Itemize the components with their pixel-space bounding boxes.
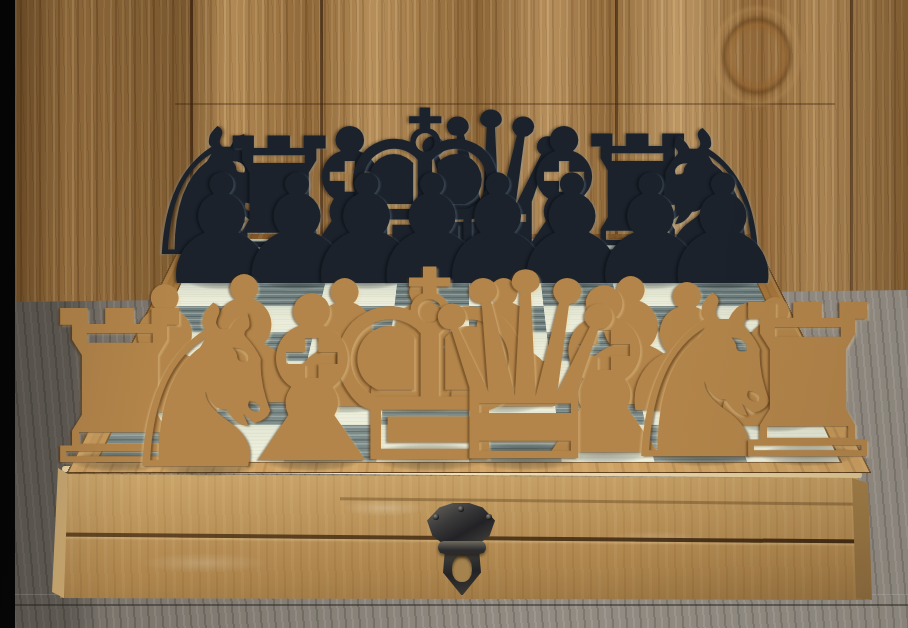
square-g3 xyxy=(631,361,723,392)
latch-hasp-slot xyxy=(452,556,472,582)
square-f8 xyxy=(536,239,608,260)
latch-catch-bar xyxy=(438,541,486,554)
square-h7 xyxy=(677,260,757,282)
square-g8 xyxy=(603,239,677,260)
wood-knot xyxy=(707,0,807,112)
square-f7 xyxy=(538,260,612,282)
square-e1 xyxy=(469,425,562,462)
square-b6 xyxy=(245,282,325,306)
square-b8 xyxy=(261,239,335,260)
chess-box-photo: ♞♜♜♝♛♝♞♚♟♟♟♟♟♟♟♟♟♟♟♟♟♟♟♟♝♞♜♚♛♝♜♞ xyxy=(0,0,908,628)
square-e4 xyxy=(469,332,550,360)
square-a7 xyxy=(182,260,262,282)
square-h4 xyxy=(702,332,793,360)
square-b3 xyxy=(215,361,307,392)
square-c5 xyxy=(314,306,395,332)
square-a2 xyxy=(115,391,215,425)
photo-edge-black-strip xyxy=(0,0,15,628)
square-g7 xyxy=(607,260,684,282)
square-e2 xyxy=(469,391,557,425)
square-a3 xyxy=(131,361,226,392)
square-h8 xyxy=(669,239,745,260)
square-b7 xyxy=(254,260,331,282)
square-h2 xyxy=(723,391,823,425)
square-d1 xyxy=(376,425,469,462)
square-a5 xyxy=(158,306,245,332)
square-d5 xyxy=(391,306,469,332)
square-c2 xyxy=(292,391,384,425)
square-f2 xyxy=(554,391,646,425)
square-e6 xyxy=(469,282,544,306)
square-b5 xyxy=(236,306,320,332)
square-f5 xyxy=(544,306,625,332)
square-b1 xyxy=(191,425,292,462)
square-e5 xyxy=(469,306,547,332)
square-d7 xyxy=(397,260,469,282)
square-c4 xyxy=(307,332,391,360)
square-b2 xyxy=(204,391,300,425)
table-plank-seam xyxy=(0,604,908,606)
square-h3 xyxy=(712,361,807,392)
latch-screw xyxy=(486,514,492,520)
square-e3 xyxy=(469,361,554,392)
square-e7 xyxy=(469,260,541,282)
square-b4 xyxy=(226,332,314,360)
square-d4 xyxy=(388,332,469,360)
square-g1 xyxy=(646,425,747,462)
square-f4 xyxy=(547,332,631,360)
square-f6 xyxy=(541,282,618,306)
square-c6 xyxy=(320,282,397,306)
square-g4 xyxy=(624,332,712,360)
square-d2 xyxy=(381,391,469,425)
square-c1 xyxy=(284,425,381,462)
square-c3 xyxy=(300,361,388,392)
square-f1 xyxy=(557,425,654,462)
square-g5 xyxy=(618,306,702,332)
square-h6 xyxy=(684,282,767,306)
square-a1 xyxy=(98,425,204,462)
square-c8 xyxy=(331,239,403,260)
chess-board-3d xyxy=(98,239,840,462)
square-d6 xyxy=(394,282,469,306)
latch-screw xyxy=(433,514,439,520)
square-f3 xyxy=(550,361,638,392)
square-a8 xyxy=(192,239,268,260)
latch-screw xyxy=(458,506,464,512)
square-g6 xyxy=(613,282,693,306)
square-d8 xyxy=(400,239,469,260)
square-a6 xyxy=(171,282,254,306)
square-e8 xyxy=(469,239,538,260)
chess-board xyxy=(98,239,840,462)
square-c7 xyxy=(325,260,399,282)
square-h1 xyxy=(734,425,840,462)
square-a4 xyxy=(145,332,236,360)
square-g2 xyxy=(638,391,734,425)
square-h5 xyxy=(693,306,780,332)
square-d3 xyxy=(384,361,469,392)
